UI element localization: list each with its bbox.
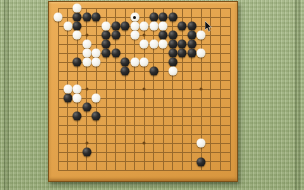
white-stone bbox=[73, 85, 82, 94]
grid-line-vertical bbox=[182, 8, 183, 171]
black-stone bbox=[121, 58, 130, 67]
white-stone bbox=[73, 94, 82, 103]
black-stone bbox=[197, 157, 206, 166]
white-stone bbox=[130, 31, 139, 40]
tatami-seam-left bbox=[4, 0, 9, 190]
black-stone bbox=[178, 22, 187, 31]
grid-line-vertical bbox=[210, 8, 211, 171]
black-stone bbox=[102, 31, 111, 40]
hoshi-point bbox=[85, 34, 88, 37]
white-stone bbox=[149, 22, 158, 31]
black-stone bbox=[168, 31, 177, 40]
black-stone bbox=[168, 13, 177, 22]
black-stone bbox=[73, 112, 82, 121]
white-stone bbox=[73, 4, 82, 13]
tatami-seam-right bbox=[295, 0, 300, 190]
black-stone bbox=[149, 13, 158, 22]
white-stone bbox=[130, 13, 139, 22]
grid-line-vertical bbox=[220, 8, 221, 171]
hoshi-point bbox=[143, 142, 146, 145]
black-stone bbox=[187, 49, 196, 58]
grid-line-horizontal bbox=[58, 134, 230, 135]
black-stone bbox=[82, 13, 91, 22]
white-stone bbox=[92, 49, 101, 58]
white-stone bbox=[130, 22, 139, 31]
black-stone bbox=[82, 103, 91, 112]
hoshi-point bbox=[200, 88, 203, 91]
white-stone bbox=[130, 58, 139, 67]
black-stone bbox=[73, 13, 82, 22]
black-stone bbox=[82, 148, 91, 157]
hoshi-point bbox=[143, 34, 146, 37]
grid-line-horizontal bbox=[58, 170, 230, 171]
white-stone bbox=[197, 49, 206, 58]
screenshot-root: { "game": "go", "board": { "size": 19, "… bbox=[0, 0, 304, 190]
black-stone bbox=[111, 49, 120, 58]
black-stone bbox=[168, 49, 177, 58]
white-stone bbox=[63, 22, 72, 31]
black-stone bbox=[159, 13, 168, 22]
white-stone bbox=[168, 67, 177, 76]
black-stone bbox=[111, 22, 120, 31]
white-stone bbox=[159, 40, 168, 49]
white-stone bbox=[82, 58, 91, 67]
grid-line-horizontal bbox=[58, 116, 230, 117]
black-stone bbox=[73, 22, 82, 31]
black-stone bbox=[63, 94, 72, 103]
white-stone bbox=[54, 13, 63, 22]
black-stone bbox=[111, 31, 120, 40]
black-stone bbox=[178, 40, 187, 49]
black-stone bbox=[102, 40, 111, 49]
white-stone bbox=[159, 22, 168, 31]
black-stone bbox=[187, 40, 196, 49]
black-stone bbox=[187, 31, 196, 40]
black-stone bbox=[178, 49, 187, 58]
black-stone bbox=[159, 31, 168, 40]
white-stone bbox=[140, 22, 149, 31]
white-stone bbox=[92, 58, 101, 67]
white-stone bbox=[140, 40, 149, 49]
white-stone bbox=[149, 40, 158, 49]
last-move-marker bbox=[133, 16, 136, 19]
grid-line-horizontal bbox=[58, 98, 230, 99]
black-stone bbox=[187, 22, 196, 31]
white-stone bbox=[82, 49, 91, 58]
black-stone bbox=[102, 49, 111, 58]
white-stone bbox=[73, 31, 82, 40]
white-stone bbox=[140, 58, 149, 67]
black-stone bbox=[121, 22, 130, 31]
hoshi-point bbox=[85, 142, 88, 145]
hoshi-point bbox=[143, 88, 146, 91]
grid-line-vertical bbox=[230, 8, 231, 171]
black-stone bbox=[121, 67, 130, 76]
mouse-cursor-icon bbox=[205, 21, 213, 32]
grid-line-vertical bbox=[153, 8, 154, 171]
black-stone bbox=[73, 58, 82, 67]
white-stone bbox=[197, 139, 206, 148]
white-stone bbox=[102, 22, 111, 31]
black-stone bbox=[168, 58, 177, 67]
grid-line-horizontal bbox=[58, 125, 230, 126]
white-stone bbox=[63, 85, 72, 94]
white-stone bbox=[92, 94, 101, 103]
white-stone bbox=[82, 40, 91, 49]
black-stone bbox=[168, 40, 177, 49]
black-stone bbox=[149, 67, 158, 76]
black-stone bbox=[92, 112, 101, 121]
black-stone bbox=[92, 13, 101, 22]
hoshi-point bbox=[85, 88, 88, 91]
